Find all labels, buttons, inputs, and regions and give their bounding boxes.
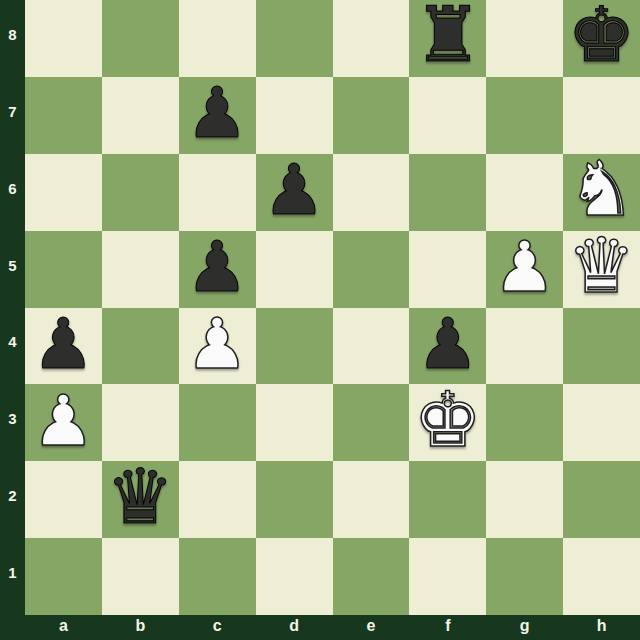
square-g4[interactable] (486, 308, 563, 385)
black-pawn[interactable]: ♟ (186, 232, 249, 302)
square-g8[interactable] (486, 0, 563, 77)
rank-label-5: 5 (0, 231, 25, 308)
black-king[interactable]: ♚ (567, 0, 635, 73)
square-f4[interactable]: ♟ (409, 308, 486, 385)
square-f3[interactable]: ♚ (409, 384, 486, 461)
square-c8[interactable] (179, 0, 256, 77)
file-label-a: a (25, 615, 102, 640)
square-b5[interactable] (102, 231, 179, 308)
file-label-f: f (409, 615, 486, 640)
file-label-c: c (179, 615, 256, 640)
black-pawn[interactable]: ♟ (263, 155, 326, 225)
square-d7[interactable] (256, 77, 333, 154)
square-d8[interactable] (256, 0, 333, 77)
white-pawn[interactable]: ♟ (493, 232, 556, 302)
square-h5[interactable]: ♛ (563, 231, 640, 308)
square-f7[interactable] (409, 77, 486, 154)
file-label-h: h (563, 615, 640, 640)
black-pawn[interactable]: ♟ (186, 78, 249, 148)
square-b4[interactable] (102, 308, 179, 385)
square-a6[interactable] (25, 154, 102, 231)
square-b6[interactable] (102, 154, 179, 231)
square-e3[interactable] (333, 384, 410, 461)
square-g6[interactable] (486, 154, 563, 231)
rank-label-8: 8 (0, 0, 25, 77)
black-queen[interactable]: ♛ (106, 459, 174, 535)
square-d2[interactable] (256, 461, 333, 538)
square-f1[interactable] (409, 538, 486, 615)
file-labels: abcdefgh (25, 615, 640, 640)
square-c3[interactable] (179, 384, 256, 461)
white-pawn[interactable]: ♟ (186, 309, 249, 379)
white-queen[interactable]: ♛ (567, 228, 635, 304)
square-c4[interactable]: ♟ (179, 308, 256, 385)
square-d5[interactable] (256, 231, 333, 308)
square-d4[interactable] (256, 308, 333, 385)
square-c5[interactable]: ♟ (179, 231, 256, 308)
rank-label-3: 3 (0, 384, 25, 461)
file-label-b: b (102, 615, 179, 640)
square-a8[interactable] (25, 0, 102, 77)
black-pawn[interactable]: ♟ (416, 309, 479, 379)
square-e1[interactable] (333, 538, 410, 615)
rank-labels: 87654321 (0, 0, 25, 615)
square-a1[interactable] (25, 538, 102, 615)
file-label-e: e (333, 615, 410, 640)
black-rook[interactable]: ♜ (414, 0, 482, 73)
square-a2[interactable] (25, 461, 102, 538)
white-pawn[interactable]: ♟ (32, 386, 95, 456)
square-b1[interactable] (102, 538, 179, 615)
square-a5[interactable] (25, 231, 102, 308)
rank-label-2: 2 (0, 461, 25, 538)
square-d6[interactable]: ♟ (256, 154, 333, 231)
square-d1[interactable] (256, 538, 333, 615)
square-g2[interactable] (486, 461, 563, 538)
square-h2[interactable] (563, 461, 640, 538)
square-b8[interactable] (102, 0, 179, 77)
square-h8[interactable]: ♚ (563, 0, 640, 77)
square-e2[interactable] (333, 461, 410, 538)
square-f8[interactable]: ♜ (409, 0, 486, 77)
square-c6[interactable] (179, 154, 256, 231)
rank-label-6: 6 (0, 154, 25, 231)
file-label-d: d (256, 615, 333, 640)
file-label-g: g (486, 615, 563, 640)
rank-label-4: 4 (0, 308, 25, 385)
square-e4[interactable] (333, 308, 410, 385)
square-a7[interactable] (25, 77, 102, 154)
rank-label-1: 1 (0, 538, 25, 615)
square-g3[interactable] (486, 384, 563, 461)
rank-label-7: 7 (0, 77, 25, 154)
white-knight[interactable]: ♞ (567, 151, 635, 227)
square-a4[interactable]: ♟ (25, 308, 102, 385)
square-a3[interactable]: ♟ (25, 384, 102, 461)
square-d3[interactable] (256, 384, 333, 461)
chess-board: ♜♚♟♟♞♟♟♛♟♟♟♟♚♛ (25, 0, 640, 615)
chess-board-app: 87654321 ♜♚♟♟♞♟♟♛♟♟♟♟♚♛ abcdefgh (0, 0, 640, 640)
square-g7[interactable] (486, 77, 563, 154)
square-h3[interactable] (563, 384, 640, 461)
square-c2[interactable] (179, 461, 256, 538)
square-g5[interactable]: ♟ (486, 231, 563, 308)
square-e6[interactable] (333, 154, 410, 231)
white-king[interactable]: ♚ (414, 382, 482, 458)
square-h4[interactable] (563, 308, 640, 385)
square-e5[interactable] (333, 231, 410, 308)
square-c7[interactable]: ♟ (179, 77, 256, 154)
square-h1[interactable] (563, 538, 640, 615)
square-b3[interactable] (102, 384, 179, 461)
black-pawn[interactable]: ♟ (32, 309, 95, 379)
square-b2[interactable]: ♛ (102, 461, 179, 538)
square-f5[interactable] (409, 231, 486, 308)
square-h6[interactable]: ♞ (563, 154, 640, 231)
square-g1[interactable] (486, 538, 563, 615)
square-e7[interactable] (333, 77, 410, 154)
square-f2[interactable] (409, 461, 486, 538)
square-c1[interactable] (179, 538, 256, 615)
square-e8[interactable] (333, 0, 410, 77)
square-b7[interactable] (102, 77, 179, 154)
square-f6[interactable] (409, 154, 486, 231)
square-h7[interactable] (563, 77, 640, 154)
